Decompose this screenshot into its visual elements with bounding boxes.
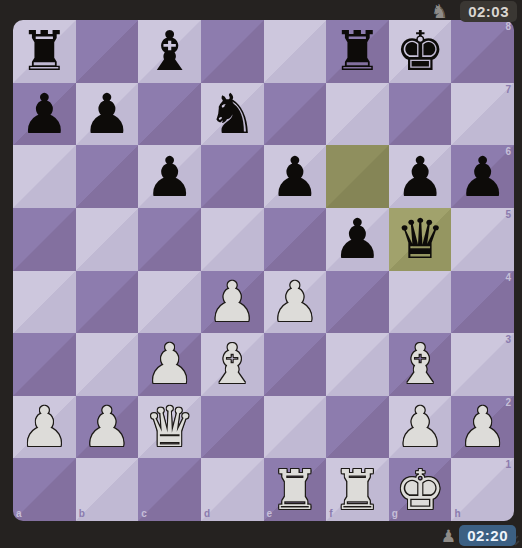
square-c6[interactable]: ♟ [138,145,201,208]
square-a1[interactable]: a [13,458,76,521]
file-label-g: g [392,509,398,519]
square-e2[interactable] [264,396,327,459]
square-a3[interactable] [13,333,76,396]
square-d6[interactable] [201,145,264,208]
white-bishop: ♝ [395,333,444,395]
white-pawn: ♟ [145,333,194,395]
square-g2[interactable]: ♟ [389,396,452,459]
white-pawn: ♟ [82,396,131,458]
rank-label-8: 8 [505,22,511,32]
square-d8[interactable] [201,20,264,83]
rank-label-2: 2 [505,398,511,408]
square-h3[interactable]: 3 [451,333,514,396]
square-g8[interactable]: ♚ [389,20,452,83]
square-b3[interactable] [76,333,139,396]
black-pawn: ♟ [20,83,69,145]
square-g5[interactable]: ♛ [389,208,452,271]
file-label-d: d [204,509,210,519]
rank-label-4: 4 [505,273,511,283]
square-b5[interactable] [76,208,139,271]
rank-label-5: 5 [505,210,511,220]
square-d3[interactable]: ♝ [201,333,264,396]
square-g1[interactable]: ♚g [389,458,452,521]
black-bishop: ♝ [145,20,194,82]
black-queen: ♛ [395,208,444,270]
square-e3[interactable] [264,333,327,396]
square-e4[interactable]: ♟ [264,271,327,334]
square-d7[interactable]: ♞ [201,83,264,146]
square-a7[interactable]: ♟ [13,83,76,146]
captured-knight-icon: ♞ [431,2,448,21]
square-a2[interactable]: ♟ [13,396,76,459]
square-h5[interactable]: 5 [451,208,514,271]
top-player-bar: ♞ 02:03 [0,0,522,20]
square-c1[interactable]: c [138,458,201,521]
white-rook: ♜ [270,459,319,521]
white-pawn: ♟ [208,271,257,333]
square-f2[interactable] [326,396,389,459]
square-f5[interactable]: ♟ [326,208,389,271]
black-rook: ♜ [333,20,382,82]
square-h4[interactable]: 4 [451,271,514,334]
square-f8[interactable]: ♜ [326,20,389,83]
square-b7[interactable]: ♟ [76,83,139,146]
file-label-c: c [141,509,147,519]
square-g6[interactable]: ♟ [389,145,452,208]
white-bishop: ♝ [208,333,257,395]
white-king: ♚ [395,459,444,521]
square-h7[interactable]: 7 [451,83,514,146]
square-a8[interactable]: ♜ [13,20,76,83]
black-pawn: ♟ [145,146,194,208]
square-c5[interactable] [138,208,201,271]
square-h2[interactable]: ♟2 [451,396,514,459]
square-c4[interactable] [138,271,201,334]
square-h1[interactable]: 1h [451,458,514,521]
square-f6[interactable] [326,145,389,208]
square-h6[interactable]: ♟6 [451,145,514,208]
black-pawn: ♟ [270,146,319,208]
white-pawn: ♟ [395,396,444,458]
captured-pawn-icon: ♟ [441,528,456,545]
black-pawn: ♟ [395,146,444,208]
square-b6[interactable] [76,145,139,208]
square-e6[interactable]: ♟ [264,145,327,208]
square-e7[interactable] [264,83,327,146]
square-d5[interactable] [201,208,264,271]
square-f1[interactable]: ♜f [326,458,389,521]
square-a4[interactable] [13,271,76,334]
file-label-b: b [79,509,85,519]
square-c8[interactable]: ♝ [138,20,201,83]
file-label-a: a [16,509,22,519]
black-king: ♚ [395,20,444,82]
square-e8[interactable] [264,20,327,83]
game-window: ♞ 02:03 ♜♝♜♚8♟♟♞7♟♟♟♟6♟♛5♟♟4♟♝♝3♟♟♛♟♟2ab… [0,0,522,548]
square-f3[interactable] [326,333,389,396]
bottom-player-bar: ♟ 02:20 [0,521,522,548]
square-d4[interactable]: ♟ [201,271,264,334]
rank-label-1: 1 [505,460,511,470]
black-pawn: ♟ [333,208,382,270]
file-label-f: f [329,509,332,519]
square-a5[interactable] [13,208,76,271]
file-label-e: e [267,509,273,519]
square-f4[interactable] [326,271,389,334]
bottom-clock: 02:20 [459,525,516,546]
rank-label-3: 3 [505,335,511,345]
square-h8[interactable]: 8 [451,20,514,83]
white-pawn: ♟ [458,396,507,458]
square-c3[interactable]: ♟ [138,333,201,396]
white-queen: ♛ [145,396,194,458]
square-d2[interactable] [201,396,264,459]
square-b1[interactable]: b [76,458,139,521]
square-b2[interactable]: ♟ [76,396,139,459]
square-c7[interactable] [138,83,201,146]
square-c2[interactable]: ♛ [138,396,201,459]
black-rook: ♜ [20,20,69,82]
square-g7[interactable] [389,83,452,146]
black-pawn: ♟ [82,83,131,145]
square-e1[interactable]: ♜e [264,458,327,521]
white-pawn: ♟ [270,271,319,333]
white-pawn: ♟ [20,396,69,458]
black-pawn: ♟ [458,146,507,208]
square-g4[interactable] [389,271,452,334]
chess-board: ♜♝♜♚8♟♟♞7♟♟♟♟6♟♛5♟♟4♟♝♝3♟♟♛♟♟2abcd♜e♜f♚g… [13,20,514,521]
square-e5[interactable] [264,208,327,271]
rank-label-6: 6 [505,147,511,157]
square-g3[interactable]: ♝ [389,333,452,396]
top-clock: 02:03 [460,1,517,22]
white-rook: ♜ [333,459,382,521]
square-b8[interactable] [76,20,139,83]
file-label-h: h [454,509,460,519]
rank-label-7: 7 [505,85,511,95]
square-a6[interactable] [13,145,76,208]
square-d1[interactable]: d [201,458,264,521]
square-b4[interactable] [76,271,139,334]
square-f7[interactable] [326,83,389,146]
black-knight: ♞ [208,83,257,145]
